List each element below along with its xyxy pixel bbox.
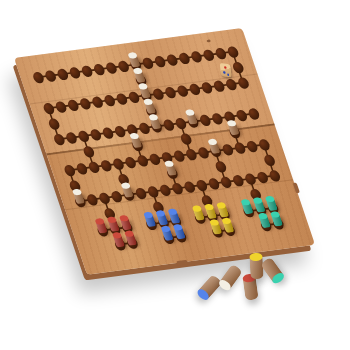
loose-peg-blue[interactable] <box>196 274 222 301</box>
loose-peg-green[interactable] <box>260 257 285 285</box>
loose-peg-white[interactable] <box>218 264 243 292</box>
loose-pegs <box>0 0 350 350</box>
scene <box>0 0 350 350</box>
